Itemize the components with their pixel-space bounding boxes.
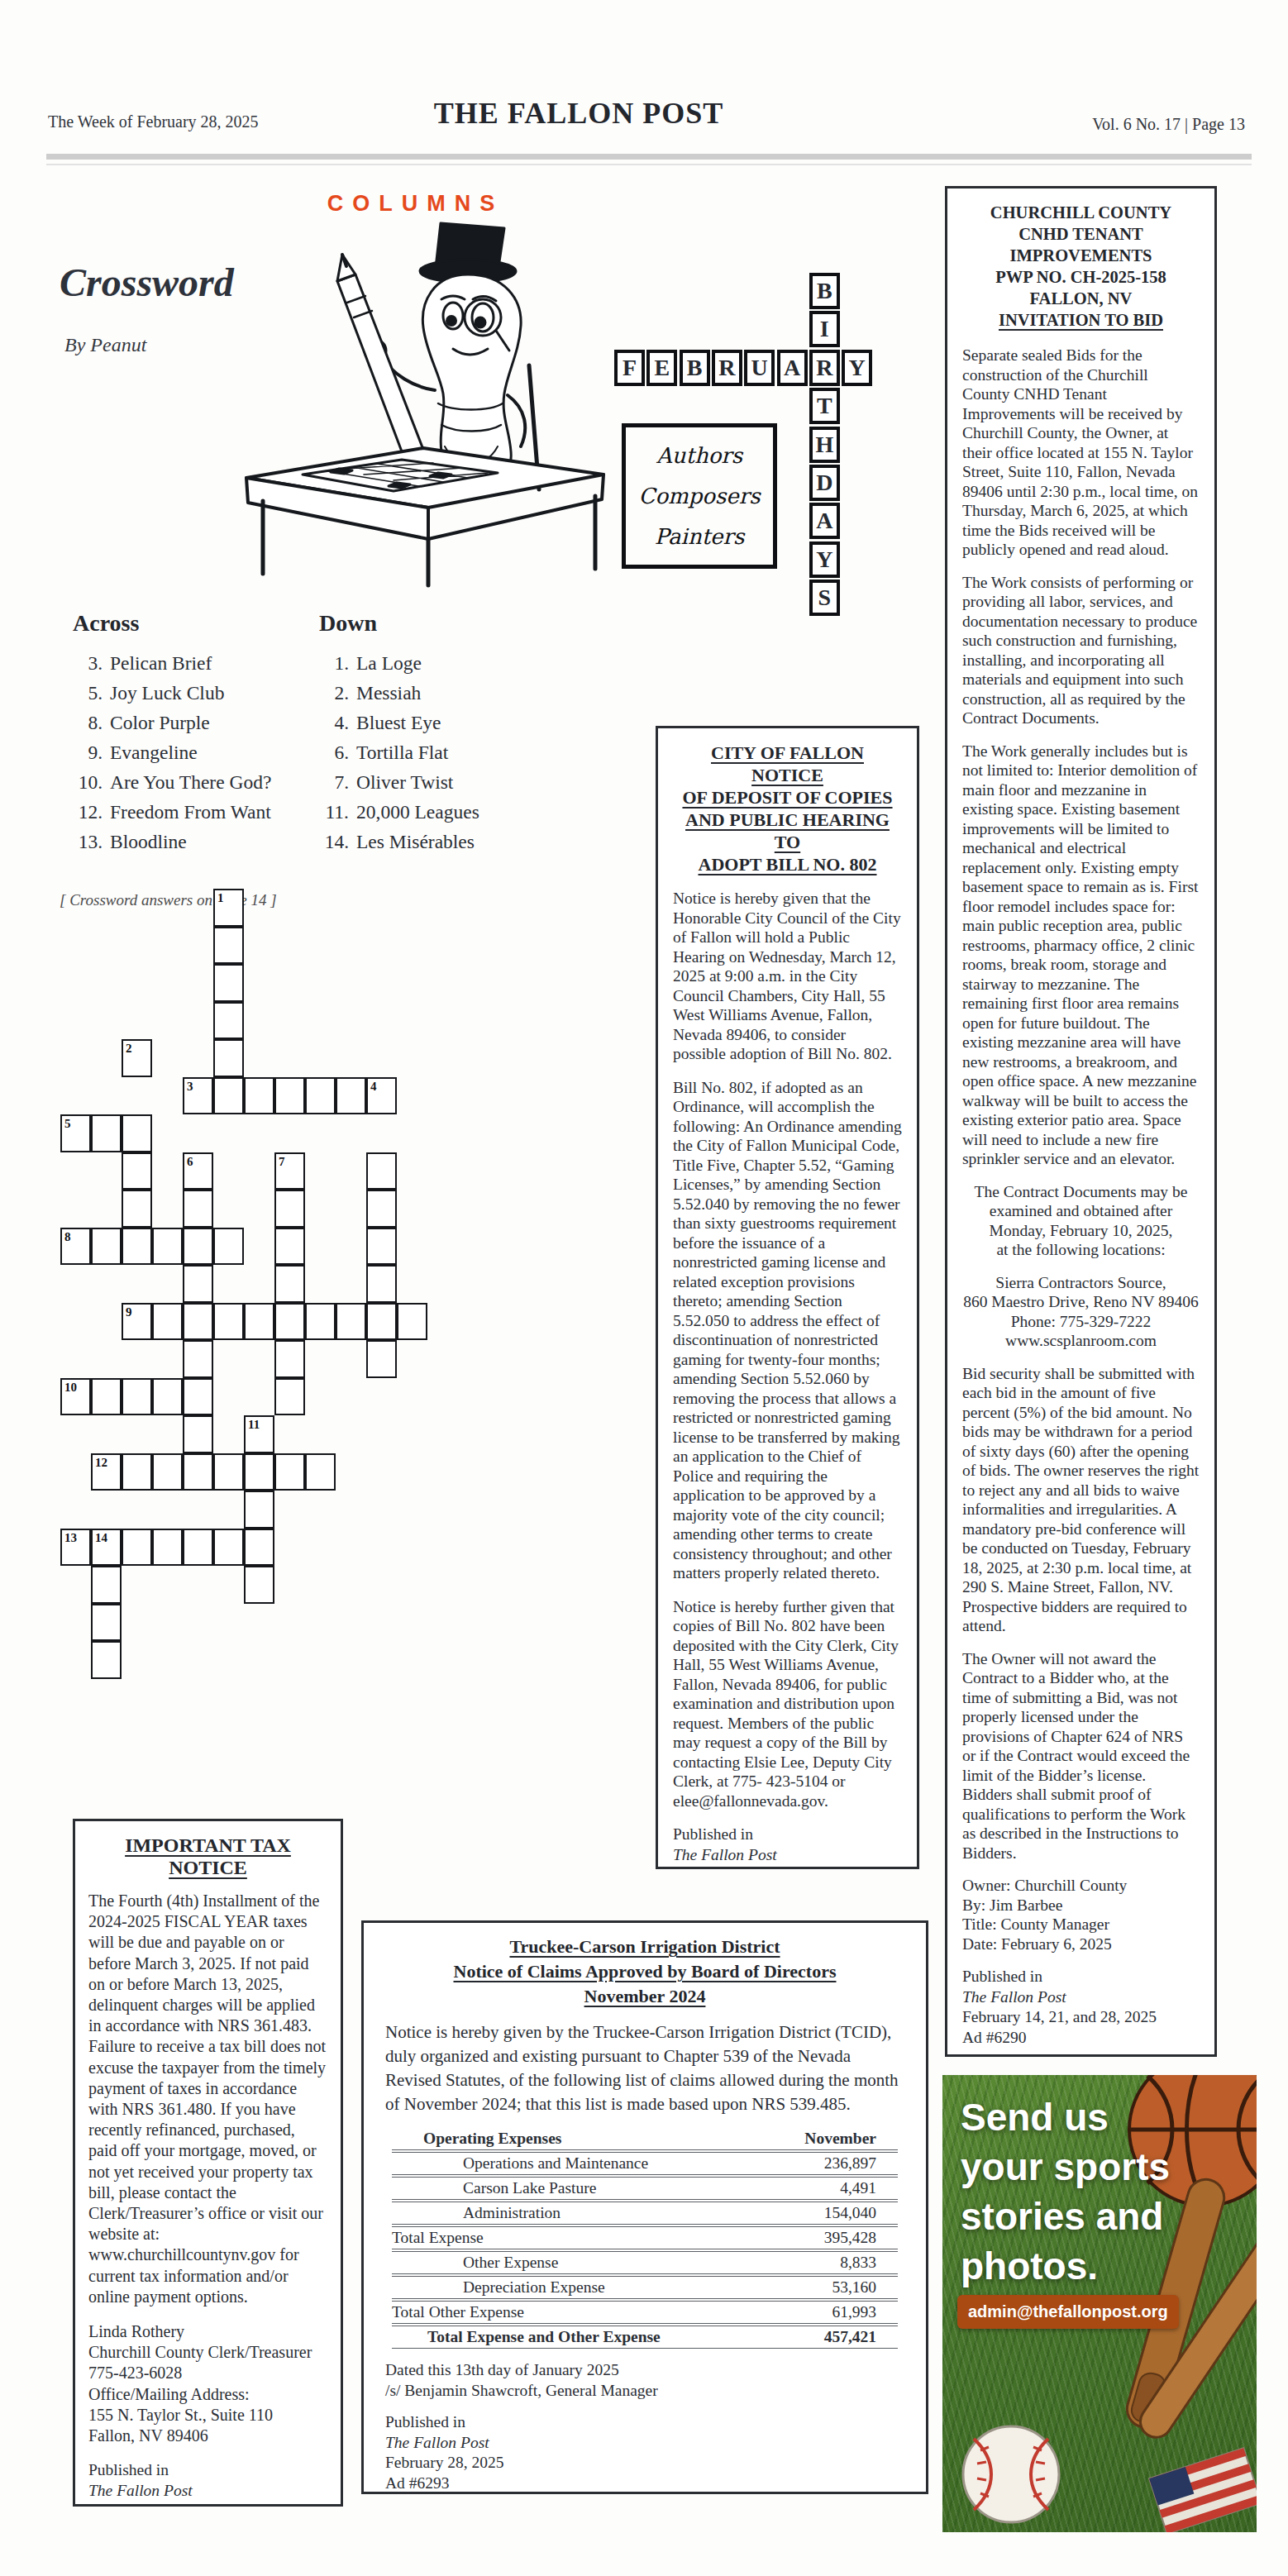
grid-void (366, 1491, 397, 1529)
grid-void (305, 1415, 336, 1453)
theme-letter-tile: B (680, 350, 710, 386)
tax-notice-title: IMPORTANT TAX NOTICE (125, 1834, 291, 1878)
crossword-cell (91, 1378, 122, 1416)
notice-paragraph: The Work consists of performing or provi… (962, 573, 1200, 728)
down-heading: Down (319, 610, 377, 637)
grid-void (60, 1265, 91, 1303)
bill-802-notice: CITY OF FALLON NOTICE OF DEPOSIT OF COPI… (656, 726, 919, 1869)
theme-box-line: Composers (626, 484, 773, 508)
crossword-cell: 5 (60, 1114, 91, 1152)
grid-void (60, 889, 91, 927)
grid-void (213, 1265, 244, 1303)
grid-void (305, 1378, 336, 1416)
grid-void (397, 1453, 427, 1491)
grid-void (213, 1152, 244, 1190)
grid-void (305, 1039, 336, 1077)
notice-paragraph: Notice is hereby further given that copi… (673, 1597, 902, 1811)
grid-void (336, 1529, 366, 1567)
notice-paragraph: Owner: Churchill County By: Jim Barbee T… (962, 1876, 1200, 1953)
grid-void (183, 1491, 213, 1529)
grid-void (244, 927, 274, 965)
grid-void (60, 1303, 91, 1341)
grid-void (244, 889, 274, 927)
grid-void (152, 1491, 183, 1529)
grid-void (91, 927, 122, 965)
theme-letter-tile: F (614, 350, 645, 386)
grid-void (305, 1114, 336, 1152)
grid-void (336, 1190, 366, 1228)
theme-letter-tile: A (809, 503, 840, 539)
grid-void (122, 1491, 152, 1529)
bid-published-block: Published in The Fallon Post February 14… (962, 1967, 1200, 2048)
grid-void (152, 1002, 183, 1040)
grid-void (91, 1415, 122, 1453)
crossword-cell (274, 1190, 305, 1228)
crossword-cell (122, 1114, 152, 1152)
grid-void (397, 1529, 427, 1567)
grid-void (366, 1415, 397, 1453)
grid-void (397, 1378, 427, 1416)
clue-item: 4.Bluest Eye (312, 708, 561, 737)
crossword-cell (244, 1077, 274, 1115)
grid-void (336, 889, 366, 927)
crossword-cell (213, 1002, 244, 1040)
crossword-cell (366, 1228, 397, 1266)
grid-void (152, 1604, 183, 1642)
crossword-cell (183, 1415, 213, 1453)
grid-void (397, 1641, 427, 1679)
clue-item: 1.La Loge (312, 648, 561, 678)
notice-paragraph: The Contract Documents may be examined a… (962, 1182, 1200, 1260)
crossword-cell (122, 1152, 152, 1190)
grid-void (305, 1340, 336, 1378)
grid-void (91, 1002, 122, 1040)
crossword-cell (274, 1378, 305, 1416)
theme-letter-tile: Y (809, 541, 840, 578)
grid-void (152, 1566, 183, 1604)
grid-void (244, 1039, 274, 1077)
crossword-cell (244, 1566, 274, 1604)
crossword-cell (152, 1378, 183, 1416)
crossword-grid: 1234567891011121314 (60, 889, 427, 1679)
grid-void (91, 1340, 122, 1378)
theme-letter-tile: B (809, 273, 840, 309)
clue-item: 2.Messiah (312, 678, 561, 708)
clue-item: 12.Freedom From Want (66, 797, 314, 827)
theme-letter-tile: S (809, 580, 840, 616)
grid-void (60, 1190, 91, 1228)
invitation-to-bid-notice: CHURCHILL COUNTY CNHD TENANT IMPROVEMENT… (945, 186, 1217, 2057)
crossword-cell (91, 1604, 122, 1642)
clue-item: 7.Oliver Twist (312, 767, 561, 797)
theme-letter-tile: I (809, 311, 840, 347)
grid-void (305, 1641, 336, 1679)
grid-void (366, 1002, 397, 1040)
clue-item: 6.Tortilla Flat (312, 737, 561, 767)
grid-void (274, 1415, 305, 1453)
grid-void (397, 964, 427, 1002)
grid-void (274, 889, 305, 927)
crossword-cell (274, 1453, 305, 1491)
notice-paragraph: The Owner will not award the Contract to… (962, 1649, 1200, 1863)
crossword-cell: 13 (60, 1529, 91, 1567)
grid-void (305, 927, 336, 965)
clue-item: 9.Evangeline (66, 737, 314, 767)
grid-void (183, 1566, 213, 1604)
baseball-icon (957, 2421, 1065, 2528)
grid-void (244, 964, 274, 1002)
crossword-cell (213, 927, 244, 965)
theme-letter-tile: A (777, 350, 808, 386)
grid-void (244, 1002, 274, 1040)
grid-void (122, 927, 152, 965)
crossword-cell (366, 1265, 397, 1303)
grid-void (305, 1529, 336, 1567)
grid-void (336, 1152, 366, 1190)
grid-void (336, 1566, 366, 1604)
grid-void (152, 927, 183, 965)
grid-void (91, 1152, 122, 1190)
grid-void (274, 1566, 305, 1604)
grid-void (60, 1340, 91, 1378)
crossword-cell (274, 1303, 305, 1341)
grid-void (336, 927, 366, 965)
grid-void (305, 1190, 336, 1228)
grid-void (366, 1378, 397, 1416)
crossword-cell (183, 1190, 213, 1228)
grid-void (397, 1077, 427, 1115)
grid-void (366, 889, 397, 927)
grid-void (336, 1114, 366, 1152)
grid-void (60, 964, 91, 1002)
crossword-cell (213, 1303, 244, 1341)
grid-void (336, 964, 366, 1002)
notice-paragraph: The Fourth (4th) Installment of the 2024… (88, 1891, 327, 2307)
notice-paragraph: Linda Rothery Churchill County Clerk/Tre… (88, 2321, 327, 2446)
grid-void (274, 1604, 305, 1642)
sports-ad: Send us your sports stories and photos. … (942, 2075, 1257, 2532)
grid-void (366, 1114, 397, 1152)
grid-void (397, 1228, 427, 1266)
crossword-title: Crossword (60, 260, 234, 305)
clue-item: 11.20,000 Leagues (312, 797, 561, 827)
clue-item: 13.Bloodline (66, 827, 314, 856)
claims-table-row: Total Expense395,428 (392, 2226, 898, 2249)
grid-void (244, 1228, 274, 1266)
crossword-cell (244, 1303, 274, 1341)
grid-void (122, 1077, 152, 1115)
grid-void (183, 889, 213, 927)
grid-void (183, 1604, 213, 1642)
notice-paragraph: Separate sealed Bids for the constructio… (962, 346, 1200, 560)
theme-letter-tile: E (646, 350, 677, 386)
grid-void (152, 1415, 183, 1453)
grid-void (60, 1453, 91, 1491)
grid-void (60, 1566, 91, 1604)
theme-letter-tile: R (809, 350, 840, 386)
grid-void (305, 1604, 336, 1642)
grid-void (122, 1415, 152, 1453)
grid-void (60, 1039, 91, 1077)
clue-item: 14.Les Misérables (312, 827, 561, 856)
grid-void (366, 1604, 397, 1642)
theme-letter-tile: Y (842, 350, 872, 386)
notice-paragraph: Bid security shall be submitted with eac… (962, 1364, 1200, 1636)
across-clue-list: 3.Pelican Brief5.Joy Luck Club8.Color Pu… (66, 648, 314, 856)
grid-void (60, 1002, 91, 1040)
grid-void (213, 1190, 244, 1228)
grid-void (305, 1566, 336, 1604)
grid-void (183, 1114, 213, 1152)
ad-line: your sports (961, 2148, 1170, 2186)
grid-void (183, 927, 213, 965)
grid-void (366, 964, 397, 1002)
grid-void (213, 1114, 244, 1152)
grid-void (305, 889, 336, 927)
crossword-cell (122, 1190, 152, 1228)
grid-void (305, 1152, 336, 1190)
header-rule-thin (46, 164, 1252, 165)
crossword-cell (213, 964, 244, 1002)
grid-void (336, 1002, 366, 1040)
grid-void (152, 889, 183, 927)
crossword-cell (336, 1077, 366, 1115)
crossword-cell (91, 1641, 122, 1679)
claims-table-row: Administration154,040 (392, 2202, 898, 2225)
grid-void (336, 1340, 366, 1378)
theme-letter-tile: T (809, 388, 840, 424)
grid-void (122, 1265, 152, 1303)
theme-box: Authors Composers Painters (622, 423, 777, 569)
grid-void (91, 1077, 122, 1115)
grid-void (213, 1378, 244, 1416)
crossword-cell (336, 1303, 366, 1341)
grid-void (183, 1039, 213, 1077)
bill-published-block: Published in The Fallon Post February 28… (673, 1825, 902, 1869)
crossword-cell (183, 1303, 213, 1341)
grid-void (152, 1641, 183, 1679)
grid-void (397, 889, 427, 927)
grid-void (274, 964, 305, 1002)
crossword-cell (244, 1529, 274, 1567)
grid-void (152, 1039, 183, 1077)
grid-void (274, 1491, 305, 1529)
claims-table-row: Operations and Maintenance236,897 (392, 2152, 898, 2175)
crossword-cell (274, 1340, 305, 1378)
grid-void (274, 1529, 305, 1567)
grid-void (366, 1453, 397, 1491)
ad-line: Send us (961, 2098, 1109, 2136)
flag-icon (1147, 2445, 1257, 2532)
claims-table-row: Carson Lake Pasture4,491 (392, 2177, 898, 2200)
claims-table-row: Other Expense8,833 (392, 2251, 898, 2274)
grid-void (152, 1152, 183, 1190)
grid-void (305, 1491, 336, 1529)
grid-void (397, 1566, 427, 1604)
crossword-cell (274, 1228, 305, 1266)
grid-void (274, 1039, 305, 1077)
grid-void (366, 1529, 397, 1567)
crossword-cell (152, 1453, 183, 1491)
tcid-published-block: Published in The Fallon Post February 28… (385, 2412, 904, 2493)
crossword-cell (366, 1152, 397, 1190)
crossword-cell (305, 1303, 336, 1341)
clue-item: 5.Joy Luck Club (66, 678, 314, 708)
header-rule (46, 154, 1252, 160)
crossword-cell (213, 1529, 244, 1567)
crossword-cell (122, 1378, 152, 1416)
grid-void (122, 889, 152, 927)
crossword-cell: 11 (244, 1415, 274, 1453)
grid-void (397, 1415, 427, 1453)
masthead: THE FALLON POST (0, 96, 1157, 131)
grid-void (336, 1228, 366, 1266)
crossword-cell: 12 (91, 1453, 122, 1491)
grid-void (397, 1114, 427, 1152)
grid-void (91, 1303, 122, 1341)
claims-table: Operating ExpensesNovemberOperations and… (392, 2128, 898, 2349)
grid-void (183, 1641, 213, 1679)
crossword-cell (244, 1453, 274, 1491)
grid-void (213, 1491, 244, 1529)
grid-void (122, 964, 152, 1002)
crossword-cell (152, 1529, 183, 1567)
grid-void (122, 1002, 152, 1040)
crossword-cell: 14 (91, 1529, 122, 1567)
crossword-cell (366, 1303, 397, 1341)
crossword-cell (183, 1378, 213, 1416)
clue-item: 10.Are You There God? (66, 767, 314, 797)
crossword-cell (183, 1529, 213, 1567)
tcid-intro: Notice is hereby given by the Truckee-Ca… (385, 2020, 904, 2116)
grid-void (274, 927, 305, 965)
grid-void (213, 1566, 244, 1604)
grid-void (336, 1604, 366, 1642)
notice-paragraph: Notice is hereby given that the Honorabl… (673, 889, 902, 1064)
crossword-cell (91, 1228, 122, 1266)
crossword-cell (183, 1265, 213, 1303)
grid-void (336, 1265, 366, 1303)
notice-paragraph: Sierra Contractors Source, 860 Maestro D… (962, 1273, 1200, 1351)
grid-void (60, 1641, 91, 1679)
ad-line: photos. (961, 2247, 1098, 2285)
grid-void (366, 1039, 397, 1077)
grid-void (152, 1265, 183, 1303)
grid-void (152, 1077, 183, 1115)
crossword-cell: 10 (60, 1378, 91, 1416)
grid-void (244, 1152, 274, 1190)
crossword-cell (244, 1491, 274, 1529)
grid-void (244, 1190, 274, 1228)
theme-letter-tile: U (744, 350, 775, 386)
ad-line: stories and (961, 2197, 1163, 2235)
crossword-cell (183, 1453, 213, 1491)
grid-void (152, 1114, 183, 1152)
grid-void (397, 1152, 427, 1190)
grid-void (397, 1340, 427, 1378)
ad-email-badge: admin@thefallonpost.org (957, 2295, 1179, 2329)
grid-void (122, 1340, 152, 1378)
crossword-cell: 4 (366, 1077, 397, 1115)
grid-void (397, 1604, 427, 1642)
grid-void (244, 1604, 274, 1642)
grid-void (122, 1604, 152, 1642)
grid-void (183, 1002, 213, 1040)
grid-void (60, 1491, 91, 1529)
grid-void (397, 1190, 427, 1228)
grid-void (244, 1641, 274, 1679)
theme-letter-tile: R (712, 350, 742, 386)
grid-void (397, 1002, 427, 1040)
grid-void (60, 1077, 91, 1115)
theme-letter-tile: H (809, 427, 840, 463)
grid-void (366, 1566, 397, 1604)
peanut-illustration (231, 217, 608, 589)
grid-void (122, 1566, 152, 1604)
crossword-cell (213, 1077, 244, 1115)
grid-void (213, 1415, 244, 1453)
claims-table-row: Total Other Expense61,993 (392, 2301, 898, 2324)
crossword-cell (274, 1077, 305, 1115)
crossword-cell (91, 1114, 122, 1152)
grid-void (336, 1378, 366, 1416)
crossword-cell: 6 (183, 1152, 213, 1190)
crossword-cell (122, 1453, 152, 1491)
grid-void (183, 964, 213, 1002)
grid-void (244, 1114, 274, 1152)
tcid-notice: Truckee-Carson Irrigation District Notic… (361, 1920, 928, 2494)
claims-table-row: Depreciation Expense53,160 (392, 2276, 898, 2299)
crossword-cell (91, 1566, 122, 1604)
crossword-cell: 8 (60, 1228, 91, 1266)
crossword-cell (366, 1190, 397, 1228)
grid-void (244, 1340, 274, 1378)
grid-void (397, 1039, 427, 1077)
crossword-cell: 3 (183, 1077, 213, 1115)
crossword-cell: 2 (122, 1039, 152, 1077)
tcid-dated-block: Dated this 13th day of January 2025 /s/ … (385, 2360, 904, 2401)
crossword-cell (213, 1039, 244, 1077)
grid-void (244, 1378, 274, 1416)
grid-void (152, 964, 183, 1002)
crossword-cell (183, 1228, 213, 1266)
tax-published-block: Published in The Fallon Post February 28… (88, 2460, 327, 2507)
crossword-cell: 1 (213, 889, 244, 927)
grid-void (305, 1265, 336, 1303)
notice-paragraph: The Work generally includes but is not l… (962, 742, 1200, 1169)
grid-void (274, 1114, 305, 1152)
grid-void (213, 1604, 244, 1642)
crossword-cell (305, 1453, 336, 1491)
theme-box-line: Authors (626, 443, 773, 468)
crossword-cell (183, 1340, 213, 1378)
grid-void (305, 1228, 336, 1266)
claims-table-row: Total Expense and Other Expense457,421 (392, 2326, 898, 2349)
clue-item: 8.Color Purple (66, 708, 314, 737)
grid-void (213, 1641, 244, 1679)
grid-void (60, 1415, 91, 1453)
grid-void (305, 1002, 336, 1040)
crossword-cell (152, 1303, 183, 1341)
grid-void (336, 1415, 366, 1453)
grid-void (91, 1190, 122, 1228)
grid-void (91, 1039, 122, 1077)
crossword-cell (152, 1228, 183, 1266)
grid-void (213, 1340, 244, 1378)
grid-void (274, 1002, 305, 1040)
notice-paragraph: Bill No. 802, if adopted as an Ordinance… (673, 1078, 902, 1583)
grid-void (244, 1265, 274, 1303)
